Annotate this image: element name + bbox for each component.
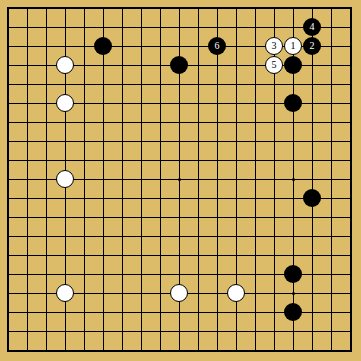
stone-black-q14[interactable] xyxy=(284,94,302,112)
stone-black-q16[interactable] xyxy=(284,56,302,74)
stone-black-r17[interactable]: 2 xyxy=(303,37,321,55)
stone-black-r18[interactable]: 4 xyxy=(303,18,321,36)
goban-grid: 642315 xyxy=(0,0,360,360)
go-board[interactable]: 642315 xyxy=(0,0,361,361)
stone-white-d10[interactable] xyxy=(56,170,74,188)
stone-white-p16[interactable]: 5 xyxy=(265,56,283,74)
stone-white-d4[interactable] xyxy=(56,284,74,302)
stone-black-q5[interactable] xyxy=(284,265,302,283)
stone-white-q17[interactable]: 1 xyxy=(284,37,302,55)
stone-white-n4[interactable] xyxy=(227,284,245,302)
stone-black-q3[interactable] xyxy=(284,303,302,321)
stone-black-k16[interactable] xyxy=(170,56,188,74)
stone-white-p17[interactable]: 3 xyxy=(265,37,283,55)
stone-white-k4[interactable] xyxy=(170,284,188,302)
stone-black-r9[interactable] xyxy=(303,189,321,207)
stone-black-f17[interactable] xyxy=(94,37,112,55)
stone-black-m17[interactable]: 6 xyxy=(208,37,226,55)
stone-white-d16[interactable] xyxy=(56,56,74,74)
stone-white-d14[interactable] xyxy=(56,94,74,112)
